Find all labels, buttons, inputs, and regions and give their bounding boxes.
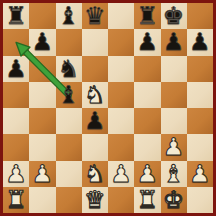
piece-black-rook-a8[interactable]: ♜ — [3, 3, 29, 29]
piece-black-pawn-h7[interactable]: ♟ — [187, 29, 213, 55]
piece-black-queen-d8[interactable]: ♛ — [82, 3, 108, 29]
piece-black-bishop-c8[interactable]: ♝ — [56, 3, 82, 29]
piece-white-pawn-a2[interactable]: ♟ — [3, 161, 29, 187]
piece-white-bishop-g2[interactable]: ♝ — [161, 161, 187, 187]
piece-black-knight-c6[interactable]: ♞ — [56, 56, 82, 82]
piece-black-pawn-a6[interactable]: ♟ — [3, 56, 29, 82]
piece-white-knight-d2[interactable]: ♞ — [82, 161, 108, 187]
piece-black-pawn-d4[interactable]: ♟ — [82, 108, 108, 134]
piece-white-queen-d1[interactable]: ♛ — [82, 187, 108, 213]
piece-white-knight-d5[interactable]: ♞ — [82, 82, 108, 108]
piece-white-pawn-b2[interactable]: ♟ — [29, 161, 55, 187]
board-pieces: ♜♝♛♜♚♟♟♟♟♟♞♝♞♟♟♟♟♞♟♟♝♟♜♛♜♚ — [3, 3, 213, 213]
piece-white-pawn-e2[interactable]: ♟ — [108, 161, 134, 187]
piece-black-king-g8[interactable]: ♚ — [161, 3, 187, 29]
chess-board-window: ♜♝♛♜♚♟♟♟♟♟♞♝♞♟♟♟♟♞♟♟♝♟♜♛♜♚ — [0, 0, 216, 216]
piece-black-pawn-b7[interactable]: ♟ — [29, 29, 55, 55]
piece-white-pawn-g3[interactable]: ♟ — [161, 134, 187, 160]
piece-black-bishop-c5[interactable]: ♝ — [56, 82, 82, 108]
piece-black-pawn-g7[interactable]: ♟ — [161, 29, 187, 55]
chess-board: ♜♝♛♜♚♟♟♟♟♟♞♝♞♟♟♟♟♞♟♟♝♟♜♛♜♚ — [0, 0, 216, 216]
piece-white-pawn-h2[interactable]: ♟ — [187, 161, 213, 187]
piece-white-rook-a1[interactable]: ♜ — [3, 187, 29, 213]
piece-black-pawn-f7[interactable]: ♟ — [134, 29, 160, 55]
piece-white-pawn-f2[interactable]: ♟ — [134, 161, 160, 187]
piece-white-king-g1[interactable]: ♚ — [161, 187, 187, 213]
piece-black-rook-f8[interactable]: ♜ — [134, 3, 160, 29]
piece-white-rook-f1[interactable]: ♜ — [134, 187, 160, 213]
